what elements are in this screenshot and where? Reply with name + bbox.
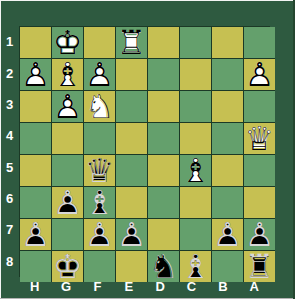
file-label-c: C [176, 277, 207, 296]
square-g1[interactable]: ♚♔ [52, 27, 84, 59]
white-king: ♚♔ [52, 27, 83, 58]
square-b6[interactable] [212, 187, 244, 219]
square-d1[interactable] [148, 27, 180, 59]
black-pawn: ♟♙ [20, 219, 51, 250]
square-b5[interactable] [212, 155, 244, 187]
square-c5[interactable]: ♝♗ [180, 155, 212, 187]
rank-label-4: 4 [0, 120, 19, 151]
square-b1[interactable] [212, 27, 244, 59]
outer-border-top [0, 0, 295, 1]
rank-label-6: 6 [0, 183, 19, 214]
black-pawn: ♟♙ [52, 187, 83, 218]
chess-diagram: { "game": "chess", "position": { "fen": … [0, 0, 295, 299]
chess-board: ♚♔♜♖♟♙♝♗♟♙♟♙♟♙♞♘♛♕♛♕♝♗♟♙♝♗♟♙♟♙♟♙♟♙♟♙♚♔♞♘… [19, 26, 270, 277]
square-f2[interactable]: ♟♙ [84, 59, 116, 91]
square-d6[interactable] [148, 187, 180, 219]
square-e6[interactable] [116, 187, 148, 219]
square-a5[interactable] [244, 155, 275, 187]
square-d5[interactable] [148, 155, 180, 187]
square-g6[interactable]: ♟♙ [52, 187, 84, 219]
file-label-a: A [239, 277, 270, 296]
square-f6[interactable]: ♝♗ [84, 187, 116, 219]
square-h4[interactable] [20, 123, 52, 155]
square-d2[interactable] [148, 59, 180, 91]
square-b3[interactable] [212, 91, 244, 123]
square-b7[interactable]: ♟♙ [212, 219, 244, 251]
black-pawn: ♟♙ [212, 219, 243, 250]
square-g3[interactable]: ♟♙ [52, 91, 84, 123]
square-e7[interactable]: ♟♙ [116, 219, 148, 251]
black-queen: ♛♕ [84, 155, 115, 186]
file-label-g: G [50, 277, 81, 296]
rank-label-1: 1 [0, 26, 19, 57]
black-pawn: ♟♙ [116, 219, 147, 250]
white-pawn: ♟♙ [52, 91, 83, 122]
square-e4[interactable] [116, 123, 148, 155]
square-g5[interactable] [52, 155, 84, 187]
black-pawn: ♟♙ [84, 219, 115, 250]
square-c3[interactable] [180, 91, 212, 123]
square-e3[interactable] [116, 91, 148, 123]
square-h6[interactable] [20, 187, 52, 219]
file-label-b: B [207, 277, 238, 296]
file-label-d: D [145, 277, 176, 296]
square-e2[interactable] [116, 59, 148, 91]
white-pawn: ♟♙ [244, 59, 275, 90]
square-g4[interactable] [52, 123, 84, 155]
square-c1[interactable] [180, 27, 212, 59]
rank-label-8: 8 [0, 246, 19, 277]
square-h7[interactable]: ♟♙ [20, 219, 52, 251]
black-pawn: ♟♙ [244, 219, 275, 250]
file-label-f: F [82, 277, 113, 296]
square-c2[interactable] [180, 59, 212, 91]
square-h3[interactable] [20, 91, 52, 123]
rank-label-5: 5 [0, 152, 19, 183]
square-b2[interactable] [212, 59, 244, 91]
square-a2[interactable]: ♟♙ [244, 59, 275, 91]
rank-label-7: 7 [0, 214, 19, 245]
outer-border-right [293, 0, 295, 299]
square-g7[interactable] [52, 219, 84, 251]
file-labels: HGFEDCBA [19, 277, 270, 296]
white-pawn: ♟♙ [84, 59, 115, 90]
square-f7[interactable]: ♟♙ [84, 219, 116, 251]
white-bishop: ♝♗ [180, 155, 211, 186]
square-f1[interactable] [84, 27, 116, 59]
white-pawn: ♟♙ [20, 59, 51, 90]
square-f4[interactable] [84, 123, 116, 155]
square-a6[interactable] [244, 187, 275, 219]
white-bishop: ♝♗ [52, 59, 83, 90]
black-bishop: ♝♗ [84, 187, 115, 218]
square-d4[interactable] [148, 123, 180, 155]
file-label-h: H [19, 277, 50, 296]
square-d3[interactable] [148, 91, 180, 123]
white-rook: ♜♖ [116, 27, 147, 58]
white-queen: ♛♕ [244, 123, 275, 154]
square-f3[interactable]: ♞♘ [84, 91, 116, 123]
square-a1[interactable] [244, 27, 275, 59]
square-f5[interactable]: ♛♕ [84, 155, 116, 187]
square-h2[interactable]: ♟♙ [20, 59, 52, 91]
square-h1[interactable] [20, 27, 52, 59]
square-a3[interactable] [244, 91, 275, 123]
square-h5[interactable] [20, 155, 52, 187]
square-g2[interactable]: ♝♗ [52, 59, 84, 91]
square-c7[interactable] [180, 219, 212, 251]
outer-border-left [0, 0, 1, 299]
rank-label-3: 3 [0, 89, 19, 120]
rank-labels: 12345678 [0, 26, 19, 277]
square-e1[interactable]: ♜♖ [116, 27, 148, 59]
file-label-e: E [113, 277, 144, 296]
square-b4[interactable] [212, 123, 244, 155]
square-a7[interactable]: ♟♙ [244, 219, 275, 251]
square-e5[interactable] [116, 155, 148, 187]
square-c6[interactable] [180, 187, 212, 219]
square-c4[interactable] [180, 123, 212, 155]
square-a4[interactable]: ♛♕ [244, 123, 275, 155]
white-knight: ♞♘ [84, 91, 115, 122]
rank-label-2: 2 [0, 57, 19, 88]
square-d7[interactable] [148, 219, 180, 251]
